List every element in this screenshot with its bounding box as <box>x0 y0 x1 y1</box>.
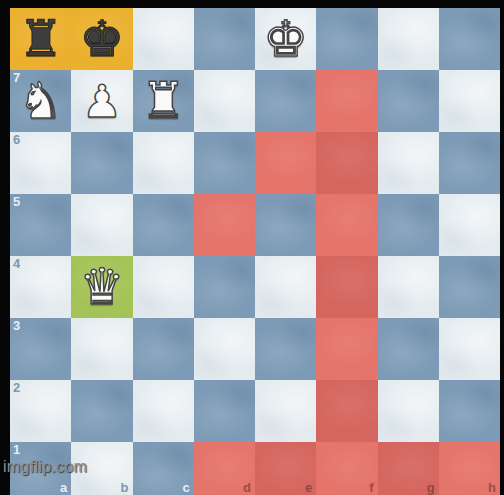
square-h4[interactable] <box>439 256 500 318</box>
square-b4[interactable]: ♛ <box>71 256 132 318</box>
file-label-e: e <box>305 481 312 494</box>
square-c7[interactable]: ♜ <box>133 70 194 132</box>
square-f4[interactable] <box>316 256 377 318</box>
square-g7[interactable] <box>378 70 439 132</box>
square-e5[interactable] <box>255 194 316 256</box>
square-c6[interactable] <box>133 132 194 194</box>
square-d3[interactable] <box>194 318 255 380</box>
square-e4[interactable] <box>255 256 316 318</box>
chess-board[interactable]: ♜♚♚7♞♟♜654♛321abcdefgh <box>10 8 500 495</box>
square-g4[interactable] <box>378 256 439 318</box>
square-g5[interactable] <box>378 194 439 256</box>
square-a6[interactable]: 6 <box>10 132 71 194</box>
square-c1[interactable]: c <box>133 442 194 495</box>
square-a4[interactable]: 4 <box>10 256 71 318</box>
square-e3[interactable] <box>255 318 316 380</box>
square-a5[interactable]: 5 <box>10 194 71 256</box>
square-e8[interactable]: ♚ <box>255 8 316 70</box>
square-g8[interactable] <box>378 8 439 70</box>
file-label-h: h <box>488 481 496 494</box>
square-f8[interactable] <box>316 8 377 70</box>
square-g3[interactable] <box>378 318 439 380</box>
square-h7[interactable] <box>439 70 500 132</box>
square-f5[interactable] <box>316 194 377 256</box>
white-king-piece[interactable]: ♚ <box>263 14 308 64</box>
square-d4[interactable] <box>194 256 255 318</box>
square-f3[interactable] <box>316 318 377 380</box>
white-rook-piece[interactable]: ♜ <box>141 76 186 126</box>
square-d7[interactable] <box>194 70 255 132</box>
square-c2[interactable] <box>133 380 194 442</box>
square-b6[interactable] <box>71 132 132 194</box>
rank-label-3: 3 <box>13 319 20 333</box>
rank-label-7: 7 <box>13 71 20 85</box>
square-b3[interactable] <box>71 318 132 380</box>
square-f7[interactable] <box>316 70 377 132</box>
square-e7[interactable] <box>255 70 316 132</box>
square-b7[interactable]: ♟ <box>71 70 132 132</box>
square-b8[interactable]: ♚ <box>71 8 132 70</box>
square-c3[interactable] <box>133 318 194 380</box>
white-pawn-piece[interactable]: ♟ <box>82 79 122 124</box>
black-king-piece[interactable]: ♚ <box>79 14 124 64</box>
file-label-b: b <box>121 481 129 494</box>
square-a3[interactable]: 3 <box>10 318 71 380</box>
square-e1[interactable]: e <box>255 442 316 495</box>
square-f2[interactable] <box>316 380 377 442</box>
square-h8[interactable] <box>439 8 500 70</box>
imgflip-watermark: imgflip.com <box>3 458 87 476</box>
rank-label-4: 4 <box>13 257 20 271</box>
square-c8[interactable] <box>133 8 194 70</box>
rank-label-1: 1 <box>13 443 20 457</box>
square-a2[interactable]: 2 <box>10 380 71 442</box>
rank-label-5: 5 <box>13 195 20 209</box>
square-b5[interactable] <box>71 194 132 256</box>
file-label-a: a <box>60 481 67 494</box>
square-h5[interactable] <box>439 194 500 256</box>
square-h6[interactable] <box>439 132 500 194</box>
file-label-d: d <box>243 481 251 494</box>
square-d2[interactable] <box>194 380 255 442</box>
file-label-c: c <box>183 481 190 494</box>
square-d6[interactable] <box>194 132 255 194</box>
square-g2[interactable] <box>378 380 439 442</box>
square-a8[interactable]: ♜ <box>10 8 71 70</box>
square-a7[interactable]: 7♞ <box>10 70 71 132</box>
square-e2[interactable] <box>255 380 316 442</box>
square-d8[interactable] <box>194 8 255 70</box>
square-g6[interactable] <box>378 132 439 194</box>
square-g1[interactable]: g <box>378 442 439 495</box>
square-h1[interactable]: h <box>439 442 500 495</box>
square-d5[interactable] <box>194 194 255 256</box>
square-h2[interactable] <box>439 380 500 442</box>
square-h3[interactable] <box>439 318 500 380</box>
square-c4[interactable] <box>133 256 194 318</box>
square-c5[interactable] <box>133 194 194 256</box>
square-b2[interactable] <box>71 380 132 442</box>
square-d1[interactable]: d <box>194 442 255 495</box>
square-e6[interactable] <box>255 132 316 194</box>
white-queen-piece[interactable]: ♛ <box>79 262 124 312</box>
rank-label-2: 2 <box>13 381 20 395</box>
square-f6[interactable] <box>316 132 377 194</box>
square-f1[interactable]: f <box>316 442 377 495</box>
white-knight-piece[interactable]: ♞ <box>18 76 63 126</box>
black-rook-piece[interactable]: ♜ <box>18 14 63 64</box>
file-label-f: f <box>369 481 373 494</box>
file-label-g: g <box>427 481 435 494</box>
rank-label-6: 6 <box>13 133 20 147</box>
